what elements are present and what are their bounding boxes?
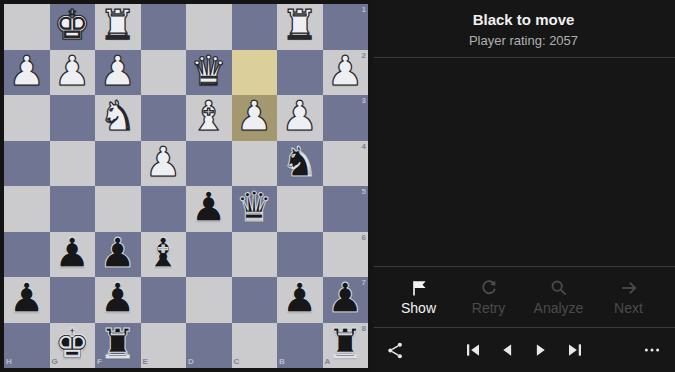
square-c2[interactable]: [232, 50, 278, 96]
piece-white-queen[interactable]: ♛: [190, 51, 227, 92]
piece-white-rook[interactable]: ♜: [99, 5, 136, 46]
piece-white-pawn[interactable]: ♟: [8, 51, 45, 92]
square-d1[interactable]: [186, 4, 232, 50]
square-f7[interactable]: ♟: [95, 277, 141, 323]
square-b5[interactable]: [277, 186, 323, 232]
square-d6[interactable]: [186, 232, 232, 278]
piece-white-bishop[interactable]: ♝: [190, 96, 227, 137]
skip-to-start-icon[interactable]: [464, 341, 482, 359]
square-a7[interactable]: ♟7: [323, 277, 369, 323]
square-e3[interactable]: [141, 95, 187, 141]
piece-black-pawn[interactable]: ♟: [54, 233, 91, 274]
piece-white-pawn[interactable]: ♟: [281, 96, 318, 137]
file-label-d: D: [188, 358, 194, 366]
separator: [374, 266, 675, 267]
piece-black-rook[interactable]: ♜: [99, 324, 136, 365]
piece-white-knight[interactable]: ♞: [99, 96, 136, 137]
piece-black-pawn[interactable]: ♟: [8, 278, 45, 319]
rank-label-3: 3: [362, 97, 366, 105]
square-e6[interactable]: ♝: [141, 232, 187, 278]
square-c7[interactable]: [232, 277, 278, 323]
file-label-f: F: [97, 358, 102, 366]
rank-label-7: 7: [362, 279, 366, 287]
square-e1[interactable]: [141, 4, 187, 50]
retry-icon: [479, 278, 499, 298]
file-label-h: H: [6, 358, 12, 366]
square-c4[interactable]: [232, 141, 278, 187]
square-g6[interactable]: ♟: [50, 232, 96, 278]
piece-black-bishop[interactable]: ♝: [145, 233, 182, 274]
piece-black-rook[interactable]: ♜: [327, 324, 364, 365]
player-rating: Player rating: 2057: [372, 33, 675, 48]
move-navigation-bar: [372, 328, 675, 372]
square-a8[interactable]: ♜A8: [323, 323, 369, 369]
move-controls: [405, 341, 643, 359]
square-g3[interactable]: [50, 95, 96, 141]
square-a2[interactable]: ♟2: [323, 50, 369, 96]
piece-white-king[interactable]: ♚: [54, 5, 91, 46]
square-b8[interactable]: B: [277, 323, 323, 369]
square-h5[interactable]: [4, 186, 50, 232]
piece-black-pawn[interactable]: ♟: [99, 278, 136, 319]
square-b7[interactable]: ♟: [277, 277, 323, 323]
piece-black-pawn[interactable]: ♟: [190, 187, 227, 228]
square-h4[interactable]: [4, 141, 50, 187]
separator: [374, 57, 675, 58]
square-b1[interactable]: ♜: [277, 4, 323, 50]
rank-label-5: 5: [362, 188, 366, 196]
rank-label-4: 4: [362, 143, 366, 151]
square-b3[interactable]: ♟: [277, 95, 323, 141]
next-icon: [619, 278, 639, 298]
square-a6[interactable]: 6: [323, 232, 369, 278]
square-c6[interactable]: [232, 232, 278, 278]
piece-black-pawn[interactable]: ♟: [99, 233, 136, 274]
file-label-b: B: [279, 358, 285, 366]
square-g7[interactable]: [50, 277, 96, 323]
square-g4[interactable]: [50, 141, 96, 187]
piece-black-pawn[interactable]: ♟: [327, 278, 364, 319]
square-f1[interactable]: ♜: [95, 4, 141, 50]
square-d4[interactable]: [186, 141, 232, 187]
piece-white-pawn[interactable]: ♟: [236, 96, 273, 137]
piece-black-pawn[interactable]: ♟: [281, 278, 318, 319]
file-label-g: G: [52, 358, 58, 366]
square-f4[interactable]: [95, 141, 141, 187]
square-a3[interactable]: 3: [323, 95, 369, 141]
square-g8[interactable]: ♚G: [50, 323, 96, 369]
puzzle-panel: Black to move Player rating: 2057 Show R…: [372, 0, 675, 372]
retry-label: Retry: [472, 300, 505, 316]
square-b2[interactable]: [277, 50, 323, 96]
piece-white-pawn[interactable]: ♟: [54, 51, 91, 92]
square-f8[interactable]: ♜F: [95, 323, 141, 369]
piece-black-queen[interactable]: ♛: [236, 187, 273, 228]
square-d8[interactable]: D: [186, 323, 232, 369]
analyze-button[interactable]: Analyze: [524, 272, 594, 324]
square-g1[interactable]: ♚: [50, 4, 96, 50]
show-label: Show: [401, 300, 436, 316]
file-label-a: A: [325, 358, 331, 366]
square-f5[interactable]: [95, 186, 141, 232]
square-e2[interactable]: [141, 50, 187, 96]
piece-black-king[interactable]: ♚: [54, 324, 91, 365]
square-h6[interactable]: [4, 232, 50, 278]
puzzle-actions: Show Retry Analyze: [372, 272, 675, 324]
square-c8[interactable]: C: [232, 323, 278, 369]
rank-label-1: 1: [362, 6, 366, 14]
square-c3[interactable]: ♟: [232, 95, 278, 141]
square-e8[interactable]: E: [141, 323, 187, 369]
piece-white-pawn[interactable]: ♟: [327, 51, 364, 92]
square-a5[interactable]: 5: [323, 186, 369, 232]
flag-icon: [409, 278, 429, 298]
square-h2[interactable]: ♟: [4, 50, 50, 96]
piece-white-pawn[interactable]: ♟: [145, 142, 182, 183]
skip-to-end-icon[interactable]: [566, 341, 584, 359]
rank-label-8: 8: [362, 325, 366, 333]
square-e4[interactable]: ♟: [141, 141, 187, 187]
square-c1[interactable]: [232, 4, 278, 50]
square-b4[interactable]: ♞: [277, 141, 323, 187]
next-button[interactable]: Next: [594, 272, 664, 324]
rank-label-6: 6: [362, 234, 366, 242]
file-label-c: C: [234, 358, 240, 366]
square-g2[interactable]: ♟: [50, 50, 96, 96]
file-label-e: E: [143, 358, 148, 366]
square-a1[interactable]: 1: [323, 4, 369, 50]
turn-indicator: Black to move: [372, 11, 675, 28]
retry-button[interactable]: Retry: [454, 272, 524, 324]
square-f3[interactable]: ♞: [95, 95, 141, 141]
square-d7[interactable]: [186, 277, 232, 323]
square-h1[interactable]: [4, 4, 50, 50]
piece-white-pawn[interactable]: ♟: [99, 51, 136, 92]
square-e7[interactable]: [141, 277, 187, 323]
square-h3[interactable]: [4, 95, 50, 141]
share-icon[interactable]: [386, 341, 405, 360]
square-c5[interactable]: ♛: [232, 186, 278, 232]
square-f6[interactable]: ♟: [95, 232, 141, 278]
chess-board[interactable]: ♚♜♜1♟♟♟♛♟2♞♝♟♟3♟♞4♟♛5♟♟♝6♟♟♟♟7H♚G♜FEDCB♜…: [4, 4, 368, 368]
show-button[interactable]: Show: [384, 272, 454, 324]
square-d5[interactable]: ♟: [186, 186, 232, 232]
square-h7[interactable]: ♟: [4, 277, 50, 323]
piece-black-knight[interactable]: ♞: [281, 142, 318, 183]
more-options-icon[interactable]: [643, 341, 661, 359]
next-move-icon[interactable]: [532, 341, 550, 359]
rank-label-2: 2: [362, 52, 366, 60]
analyze-icon: [549, 278, 569, 298]
piece-white-rook[interactable]: ♜: [281, 5, 318, 46]
square-b6[interactable]: [277, 232, 323, 278]
previous-move-icon[interactable]: [498, 341, 516, 359]
square-a4[interactable]: 4: [323, 141, 369, 187]
square-e5[interactable]: [141, 186, 187, 232]
square-f2[interactable]: ♟: [95, 50, 141, 96]
next-label: Next: [614, 300, 643, 316]
square-h8[interactable]: H: [4, 323, 50, 369]
analyze-label: Analyze: [534, 300, 584, 316]
square-d2[interactable]: ♛: [186, 50, 232, 96]
board-frame: ♚♜♜1♟♟♟♛♟2♞♝♟♟3♟♞4♟♛5♟♟♝6♟♟♟♟7H♚G♜FEDCB♜…: [0, 0, 372, 372]
square-d3[interactable]: ♝: [186, 95, 232, 141]
square-g5[interactable]: [50, 186, 96, 232]
